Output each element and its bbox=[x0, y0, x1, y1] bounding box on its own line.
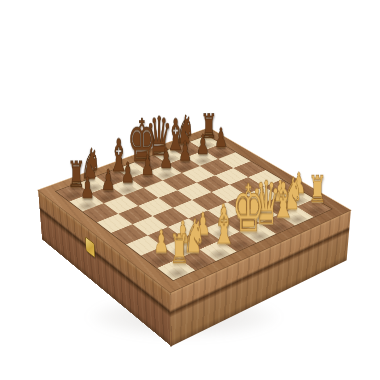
piece-white-pawn-h2: ♟ bbox=[153, 226, 168, 258]
piece-black-pawn-a7: ♟ bbox=[214, 125, 226, 152]
piece-white-rook-h1: ♜ bbox=[169, 229, 184, 270]
piece-white-bishop-f1: ♝ bbox=[212, 201, 227, 252]
piece-white-rook-a1: ♜ bbox=[308, 171, 322, 208]
piece-black-pawn-c7: ♟ bbox=[178, 138, 191, 165]
piece-black-pawn-g7: ♟ bbox=[101, 166, 114, 195]
piece-black-pawn-h7: ♟ bbox=[80, 174, 94, 203]
piece-black-pawn-b7: ♟ bbox=[196, 131, 209, 158]
piece-black-pawn-f7: ♟ bbox=[121, 159, 134, 187]
square-h1: ♜ bbox=[157, 258, 195, 280]
piece-white-knight-g1: ♞ bbox=[191, 213, 206, 260]
piece-black-pawn-e7: ♟ bbox=[140, 152, 153, 180]
scene: ♜♞♝♚♛♝♞♜♟♟♟♟♟♟♟♟♟♟♟♟♟♟♟♟♜♞♝♚♛♝♞♜ bbox=[0, 0, 380, 380]
wooden-chess-box: ♜♞♝♚♛♝♞♜♟♟♟♟♟♟♟♟♟♟♟♟♟♟♟♟♜♞♝♚♛♝♞♜ bbox=[37, 127, 352, 293]
brass-latch bbox=[85, 236, 95, 258]
piece-black-rook-h8: ♜ bbox=[67, 156, 80, 193]
piece-black-pawn-d7: ♟ bbox=[159, 145, 172, 173]
product-photo: ♜♞♝♚♛♝♞♜♟♟♟♟♟♟♟♟♟♟♟♟♟♟♟♟♜♞♝♚♛♝♞♜ bbox=[0, 0, 380, 380]
square-f6 bbox=[124, 188, 158, 206]
